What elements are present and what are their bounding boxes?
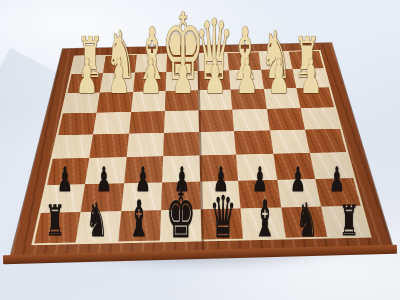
white-pawn-glyph: ♟ xyxy=(236,52,258,100)
square-a5[interactable] xyxy=(305,129,347,153)
square-a4[interactable] xyxy=(300,107,340,129)
square-b5[interactable] xyxy=(269,130,309,154)
black-bishop-glyph: ♝ xyxy=(253,194,276,244)
black-pawn-glyph: ♟ xyxy=(329,162,345,196)
square-e5[interactable] xyxy=(163,132,200,156)
square-f5[interactable] xyxy=(126,133,164,157)
white-pawn-glyph: ♟ xyxy=(204,52,226,100)
black-rook-glyph: ♜ xyxy=(45,200,65,242)
square-d5[interactable] xyxy=(199,131,236,155)
white-pawn-glyph: ♟ xyxy=(300,52,322,100)
square-b4[interactable] xyxy=(266,108,304,131)
black-knight-glyph: ♞ xyxy=(296,196,318,243)
black-queen-glyph: ♛ xyxy=(209,188,236,246)
black-knight-glyph: ♞ xyxy=(86,196,108,243)
square-e4[interactable] xyxy=(164,110,199,133)
black-bishop-glyph: ♝ xyxy=(127,194,150,244)
square-g5[interactable] xyxy=(89,134,128,158)
white-pawn-glyph: ♟ xyxy=(172,52,194,100)
square-h4[interactable] xyxy=(58,113,97,136)
white-pawn-glyph: ♟ xyxy=(108,52,130,100)
square-f4[interactable] xyxy=(129,111,165,134)
white-pawn-glyph: ♟ xyxy=(268,52,290,100)
photo-background: ♜♞♝♛♚♝♞♜♟♟♟♟♟♟♟♟♟♟♟♟♟♟♟♟♜♞♝♛♚♝♞♜ xyxy=(0,0,400,300)
square-h5[interactable] xyxy=(53,134,93,159)
square-d4[interactable] xyxy=(199,109,235,132)
black-pawn-glyph: ♟ xyxy=(57,162,73,196)
square-g4[interactable] xyxy=(93,112,130,135)
square-c4[interactable] xyxy=(232,109,269,132)
black-king-glyph: ♚ xyxy=(166,183,196,247)
white-pawn-glyph: ♟ xyxy=(76,52,98,100)
white-pawn-glyph: ♟ xyxy=(140,52,162,100)
black-rook-glyph: ♜ xyxy=(339,200,359,242)
square-c5[interactable] xyxy=(234,130,273,154)
